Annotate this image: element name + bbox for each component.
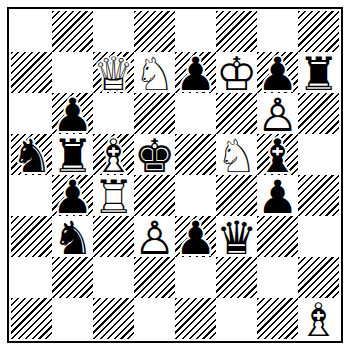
chess-board: ♛♕♞♘♟♟♚♔♟♟♜♜♟♟♟♙♞♞♜♜♝♗♚♚♞♘♝♝♟♟♜♖♟♟♞♞♟♙♟♟…: [11, 11, 339, 339]
square-e7[interactable]: ♟♟: [175, 52, 216, 93]
square-g7[interactable]: ♟♟: [257, 52, 298, 93]
square-e3[interactable]: ♟♟: [175, 216, 216, 257]
square-a2[interactable]: [11, 257, 52, 298]
white-bishop-backing: ♝: [93, 135, 134, 176]
black-pawn-backing: ♟: [175, 217, 216, 258]
white-bishop-icon: ♗: [298, 299, 339, 340]
white-pawn-backing: ♟: [134, 217, 175, 258]
square-h1[interactable]: ♝♗: [298, 298, 339, 339]
square-d4[interactable]: [134, 175, 175, 216]
square-f7[interactable]: ♚♔: [216, 52, 257, 93]
square-e2[interactable]: [175, 257, 216, 298]
white-king-icon: ♔: [216, 53, 257, 94]
square-f8[interactable]: [216, 11, 257, 52]
square-d7[interactable]: ♞♘: [134, 52, 175, 93]
square-c6[interactable]: [93, 93, 134, 134]
black-rook-icon: ♜: [298, 53, 339, 94]
black-bishop-icon: ♝: [257, 135, 298, 176]
white-king-backing: ♚: [216, 53, 257, 94]
square-h3[interactable]: [298, 216, 339, 257]
black-pawn-icon: ♟: [52, 176, 93, 217]
black-rook-backing: ♜: [298, 53, 339, 94]
square-b4[interactable]: ♟♟: [52, 175, 93, 216]
square-a8[interactable]: [11, 11, 52, 52]
black-queen-backing: ♛: [216, 217, 257, 258]
white-knight-icon: ♘: [134, 53, 175, 94]
square-d1[interactable]: [134, 298, 175, 339]
square-b1[interactable]: [52, 298, 93, 339]
black-pawn-icon: ♟: [257, 53, 298, 94]
black-pawn-icon: ♟: [52, 94, 93, 135]
square-a3[interactable]: [11, 216, 52, 257]
black-knight-backing: ♞: [52, 217, 93, 258]
square-f3[interactable]: ♛♛: [216, 216, 257, 257]
black-pawn-backing: ♟: [52, 176, 93, 217]
square-g3[interactable]: [257, 216, 298, 257]
square-e1[interactable]: [175, 298, 216, 339]
square-b8[interactable]: [52, 11, 93, 52]
square-a6[interactable]: [11, 93, 52, 134]
square-b2[interactable]: [52, 257, 93, 298]
square-f2[interactable]: [216, 257, 257, 298]
square-g5[interactable]: ♝♝: [257, 134, 298, 175]
white-queen-icon: ♕: [93, 53, 134, 94]
white-pawn-backing: ♟: [257, 94, 298, 135]
white-pawn-icon: ♙: [134, 217, 175, 258]
square-c7[interactable]: ♛♕: [93, 52, 134, 93]
square-b6[interactable]: ♟♟: [52, 93, 93, 134]
square-g1[interactable]: [257, 298, 298, 339]
square-d8[interactable]: [134, 11, 175, 52]
white-pawn-icon: ♙: [257, 94, 298, 135]
square-g6[interactable]: ♟♙: [257, 93, 298, 134]
square-f4[interactable]: [216, 175, 257, 216]
square-h5[interactable]: [298, 134, 339, 175]
black-knight-backing: ♞: [11, 135, 52, 176]
black-pawn-icon: ♟: [175, 53, 216, 94]
square-b3[interactable]: ♞♞: [52, 216, 93, 257]
square-h2[interactable]: [298, 257, 339, 298]
white-knight-backing: ♞: [134, 53, 175, 94]
square-f5[interactable]: ♞♘: [216, 134, 257, 175]
square-d6[interactable]: [134, 93, 175, 134]
square-h8[interactable]: [298, 11, 339, 52]
square-b7[interactable]: [52, 52, 93, 93]
square-c5[interactable]: ♝♗: [93, 134, 134, 175]
black-pawn-backing: ♟: [257, 53, 298, 94]
square-h7[interactable]: ♜♜: [298, 52, 339, 93]
black-queen-icon: ♛: [216, 217, 257, 258]
square-c3[interactable]: [93, 216, 134, 257]
black-pawn-backing: ♟: [257, 176, 298, 217]
square-c2[interactable]: [93, 257, 134, 298]
square-f1[interactable]: [216, 298, 257, 339]
square-c4[interactable]: ♜♖: [93, 175, 134, 216]
black-rook-backing: ♜: [52, 135, 93, 176]
white-bishop-icon: ♗: [93, 135, 134, 176]
square-a4[interactable]: [11, 175, 52, 216]
chess-diagram: ♛♕♞♘♟♟♚♔♟♟♜♜♟♟♟♙♞♞♜♜♝♗♚♚♞♘♝♝♟♟♜♖♟♟♞♞♟♙♟♟…: [0, 0, 350, 350]
square-e8[interactable]: [175, 11, 216, 52]
square-g2[interactable]: [257, 257, 298, 298]
white-knight-backing: ♞: [216, 135, 257, 176]
square-d5[interactable]: ♚♚: [134, 134, 175, 175]
white-rook-icon: ♖: [93, 176, 134, 217]
black-rook-icon: ♜: [52, 135, 93, 176]
square-a7[interactable]: [11, 52, 52, 93]
square-h6[interactable]: [298, 93, 339, 134]
black-knight-icon: ♞: [52, 217, 93, 258]
black-bishop-backing: ♝: [257, 135, 298, 176]
square-a5[interactable]: ♞♞: [11, 134, 52, 175]
square-b5[interactable]: ♜♜: [52, 134, 93, 175]
square-d3[interactable]: ♟♙: [134, 216, 175, 257]
square-g8[interactable]: [257, 11, 298, 52]
black-pawn-backing: ♟: [175, 53, 216, 94]
black-knight-icon: ♞: [11, 135, 52, 176]
square-e5[interactable]: [175, 134, 216, 175]
black-pawn-icon: ♟: [257, 176, 298, 217]
square-a1[interactable]: [11, 298, 52, 339]
square-h4[interactable]: [298, 175, 339, 216]
black-pawn-icon: ♟: [175, 217, 216, 258]
white-knight-icon: ♘: [216, 135, 257, 176]
square-f6[interactable]: [216, 93, 257, 134]
white-rook-backing: ♜: [93, 176, 134, 217]
square-g4[interactable]: ♟♟: [257, 175, 298, 216]
white-queen-backing: ♛: [93, 53, 134, 94]
square-e6[interactable]: [175, 93, 216, 134]
square-c1[interactable]: [93, 298, 134, 339]
black-king-icon: ♚: [134, 135, 175, 176]
square-c8[interactable]: [93, 11, 134, 52]
black-king-backing: ♚: [134, 135, 175, 176]
square-e4[interactable]: [175, 175, 216, 216]
black-pawn-backing: ♟: [52, 94, 93, 135]
white-bishop-backing: ♝: [298, 299, 339, 340]
square-d2[interactable]: [134, 257, 175, 298]
